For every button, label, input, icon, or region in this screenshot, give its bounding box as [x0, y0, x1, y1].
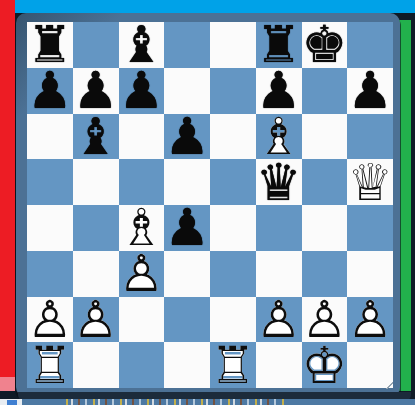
left-red-bar [0, 0, 15, 391]
black-pawn: ♟ [164, 114, 210, 160]
square-e5[interactable] [210, 159, 256, 205]
square-f4[interactable] [256, 205, 302, 251]
square-e3[interactable] [210, 251, 256, 297]
white-pawn: ♟♙ [256, 297, 302, 343]
square-b2[interactable]: ♟♙ [73, 297, 119, 343]
square-d2[interactable] [164, 297, 210, 343]
square-e7[interactable] [210, 68, 256, 114]
black-bishop: ♝ [73, 114, 119, 160]
square-d8[interactable] [164, 22, 210, 68]
square-f5[interactable]: ♛ [256, 159, 302, 205]
square-h7[interactable]: ♟ [347, 68, 393, 114]
white-queen: ♛♕ [347, 159, 393, 205]
black-king: ♚ [302, 22, 348, 68]
square-c2[interactable] [119, 297, 165, 343]
white-rook: ♜♖ [210, 342, 256, 388]
bottom-window-sliver [0, 399, 415, 405]
square-f1[interactable] [256, 342, 302, 388]
square-a4[interactable] [27, 205, 73, 251]
black-pawn: ♟ [347, 68, 393, 114]
square-g7[interactable] [302, 68, 348, 114]
white-pawn: ♟♙ [347, 297, 393, 343]
square-c6[interactable] [119, 114, 165, 160]
square-h4[interactable] [347, 205, 393, 251]
square-d6[interactable]: ♟ [164, 114, 210, 160]
black-pawn: ♟ [119, 68, 165, 114]
square-c3[interactable]: ♟♙ [119, 251, 165, 297]
square-e6[interactable] [210, 114, 256, 160]
square-h5[interactable]: ♛♕ [347, 159, 393, 205]
square-c7[interactable]: ♟ [119, 68, 165, 114]
square-d4[interactable]: ♟ [164, 205, 210, 251]
square-b6[interactable]: ♝ [73, 114, 119, 160]
square-e8[interactable] [210, 22, 256, 68]
square-g8[interactable]: ♚ [302, 22, 348, 68]
square-h1[interactable] [347, 342, 393, 388]
blue-window-fragment-icon [7, 400, 17, 405]
square-e4[interactable] [210, 205, 256, 251]
square-g5[interactable] [302, 159, 348, 205]
square-f2[interactable]: ♟♙ [256, 297, 302, 343]
square-d1[interactable] [164, 342, 210, 388]
chess-board[interactable]: ♜♝♜♚♟♟♟♟♟♝♟♝♗♛♛♕♝♗♟♟♙♟♙♟♙♟♙♟♙♟♙♜♖♜♖♚♔ [27, 22, 393, 388]
square-a7[interactable]: ♟ [27, 68, 73, 114]
square-g1[interactable]: ♚♔ [302, 342, 348, 388]
square-a5[interactable] [27, 159, 73, 205]
black-pawn: ♟ [27, 68, 73, 114]
chess-board-frame: ♜♝♜♚♟♟♟♟♟♝♟♝♗♛♛♕♝♗♟♟♙♟♙♟♙♟♙♟♙♟♙♜♖♜♖♚♔ [16, 13, 400, 397]
screenshot-stage: ♜♝♜♚♟♟♟♟♟♝♟♝♗♛♛♕♝♗♟♟♙♟♙♟♙♟♙♟♙♟♙♜♖♜♖♚♔ [0, 0, 415, 405]
white-rook: ♜♖ [27, 342, 73, 388]
square-h2[interactable]: ♟♙ [347, 297, 393, 343]
white-pawn: ♟♙ [73, 297, 119, 343]
square-c1[interactable] [119, 342, 165, 388]
black-pawn: ♟ [164, 205, 210, 251]
square-b1[interactable] [73, 342, 119, 388]
square-e1[interactable]: ♜♖ [210, 342, 256, 388]
square-a6[interactable] [27, 114, 73, 160]
black-queen: ♛ [256, 159, 302, 205]
white-pawn: ♟♙ [119, 251, 165, 297]
top-cyan-bar [9, 0, 415, 13]
white-king: ♚♔ [302, 342, 348, 388]
square-b5[interactable] [73, 159, 119, 205]
square-a1[interactable]: ♜♖ [27, 342, 73, 388]
square-d3[interactable] [164, 251, 210, 297]
square-g4[interactable] [302, 205, 348, 251]
pixel-noise [66, 399, 286, 405]
square-b4[interactable] [73, 205, 119, 251]
square-g6[interactable] [302, 114, 348, 160]
